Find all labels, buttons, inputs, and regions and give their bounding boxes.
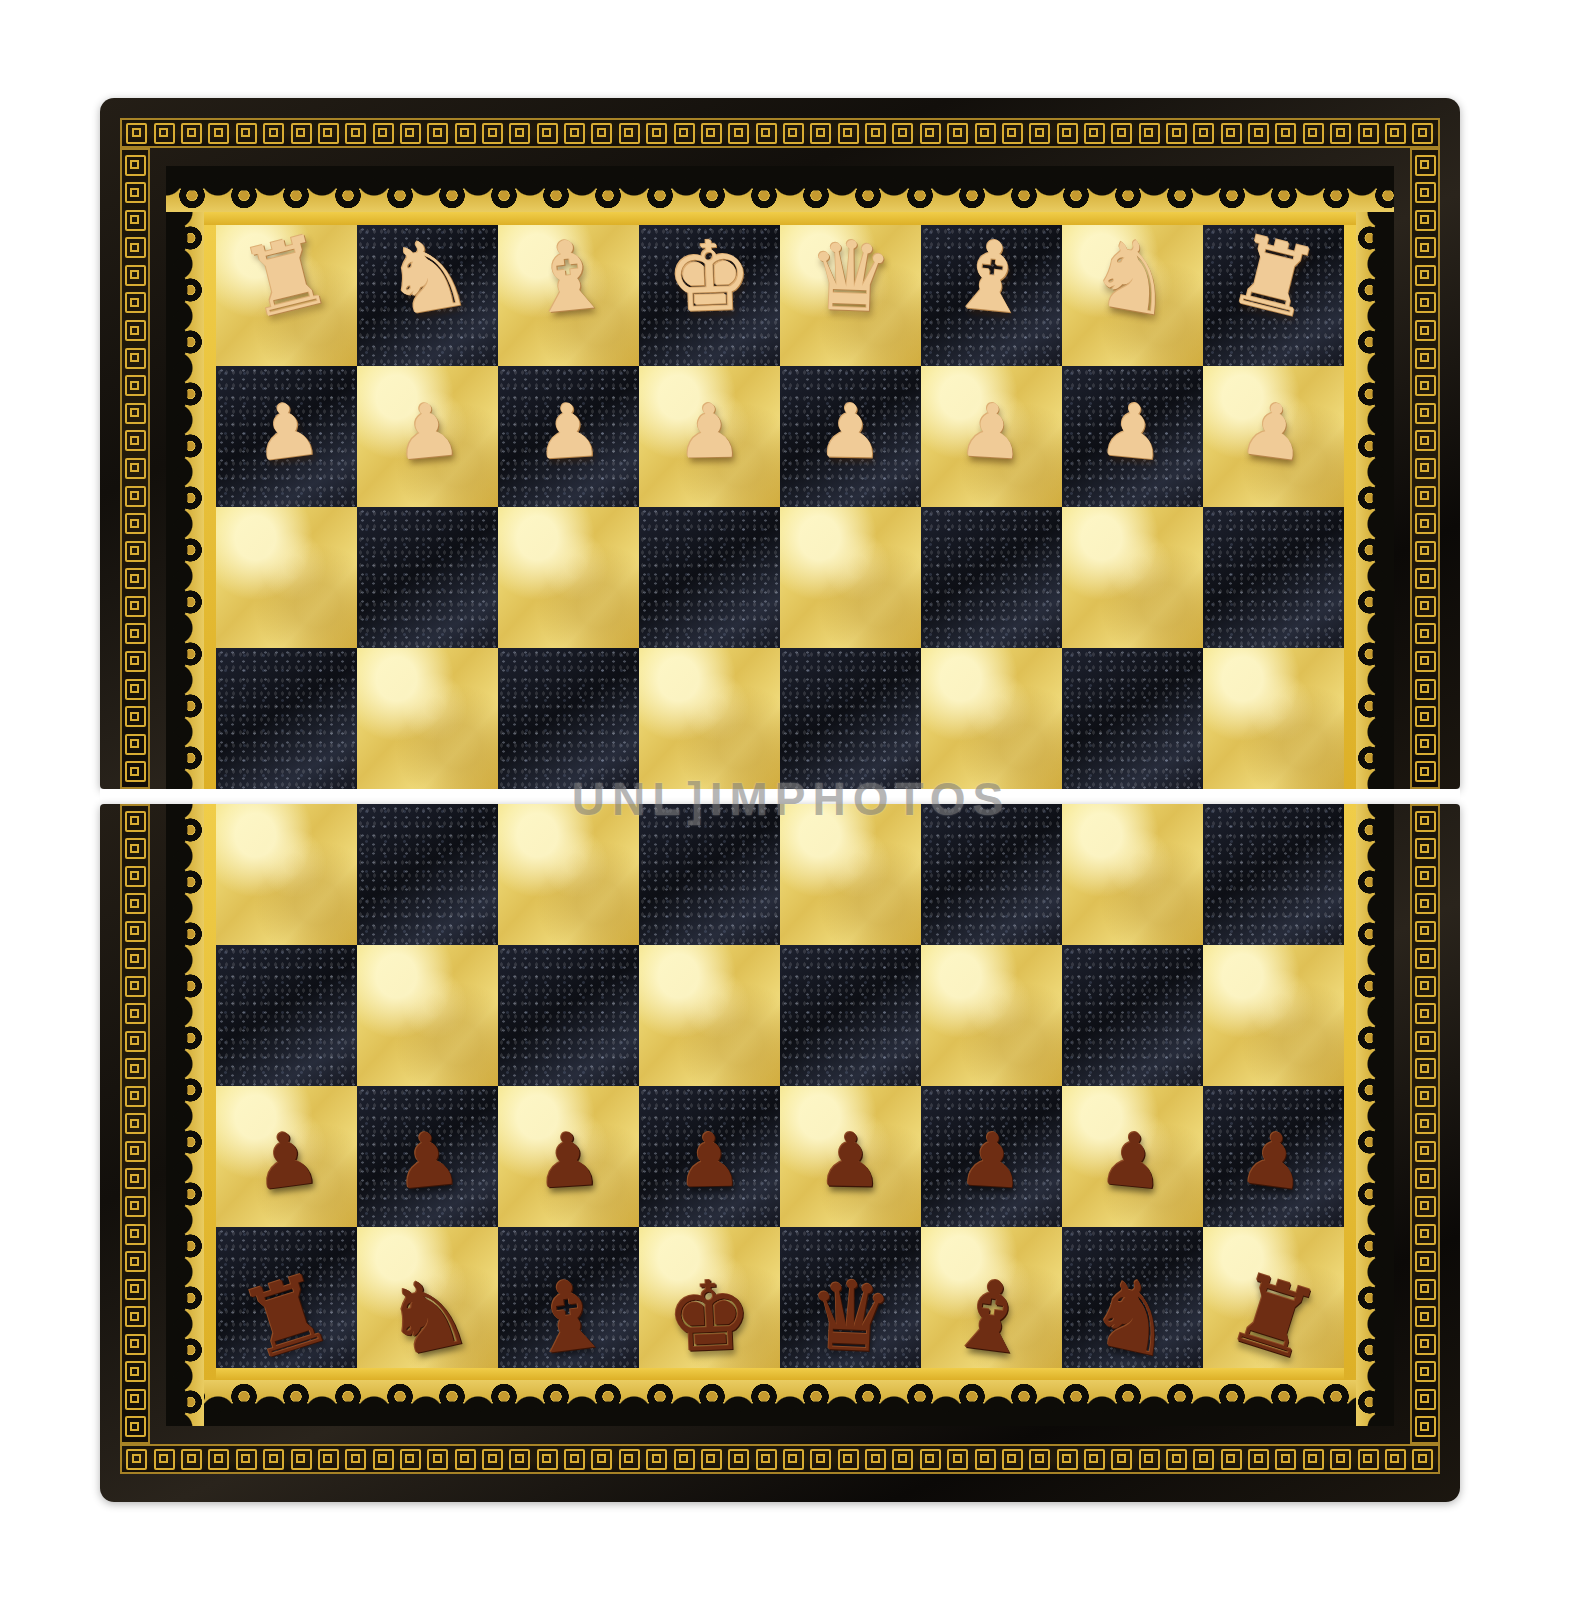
greek-key-motif [125, 1113, 146, 1134]
greek-key-motif [125, 866, 146, 887]
greek-key-motif [1415, 513, 1436, 534]
square[interactable] [780, 648, 921, 789]
square[interactable]: ♜ [216, 225, 357, 366]
yellow-frame-line [204, 225, 216, 789]
greek-key-motif [1275, 1449, 1296, 1470]
square[interactable]: ♜ [1203, 1227, 1344, 1368]
piece-bN[interactable]: ♞ [346, 1246, 509, 1389]
greek-key-motif [1166, 123, 1187, 144]
greek-key-motif [208, 123, 229, 144]
piece-wK[interactable]: ♚ [637, 218, 782, 338]
greek-key-motif [1415, 679, 1436, 700]
square[interactable]: ♝ [921, 1227, 1062, 1368]
greek-key-motif [1330, 1449, 1351, 1470]
greek-key-motif [1415, 1361, 1436, 1382]
greek-key-motif [1084, 1449, 1105, 1470]
square[interactable] [357, 507, 498, 648]
yellow-frame-line [204, 212, 1356, 225]
ornament-border-bottom [166, 1380, 1394, 1426]
square[interactable] [357, 804, 498, 945]
greek-key-motif [1415, 1031, 1436, 1052]
greek-key-motif [1415, 1334, 1436, 1355]
greek-key-motif [125, 458, 146, 479]
greek-key-motif [619, 1449, 640, 1470]
greek-key-motif [701, 123, 722, 144]
square[interactable]: ♞ [1062, 225, 1203, 366]
greek-key-motif [400, 123, 421, 144]
greek-key-motif [1221, 1449, 1242, 1470]
square[interactable] [216, 507, 357, 648]
square[interactable] [1203, 804, 1344, 945]
greek-key-motif [1415, 1141, 1436, 1162]
square[interactable] [639, 648, 780, 789]
greek-key-motif [125, 1168, 146, 1189]
greek-key-motif [125, 1306, 146, 1327]
greek-key-motif [125, 155, 146, 176]
board-bottom-half: ♟♟♟♟♟♟♟♟♜♞♝♚♛♝♞♜ [100, 804, 1460, 1502]
square[interactable] [498, 507, 639, 648]
greek-key-motif [1415, 320, 1436, 341]
square[interactable]: ♟ [498, 1086, 639, 1227]
greek-key-motif [125, 1141, 146, 1162]
chessboard-ranks-5-8: ♟♟♟♟♟♟♟♟♜♞♝♚♛♝♞♜ [216, 804, 1344, 1368]
piece-wB[interactable]: ♝ [492, 213, 644, 342]
greek-key-border-left [120, 148, 150, 789]
piece-wQ[interactable]: ♛ [778, 218, 923, 338]
greek-key-motif [783, 123, 804, 144]
square[interactable] [1062, 507, 1203, 648]
greek-key-motif [1385, 1449, 1406, 1470]
square[interactable] [921, 507, 1062, 648]
greek-key-motif [1415, 1113, 1436, 1134]
greek-key-motif [125, 1334, 146, 1355]
greek-key-motif [125, 430, 146, 451]
greek-key-border-right [1410, 804, 1440, 1444]
greek-key-motif [1415, 893, 1436, 914]
board-hinge-gap [100, 789, 1460, 804]
ornament-border-right [1356, 804, 1394, 1426]
greek-key-motif [1415, 541, 1436, 562]
greek-key-motif [236, 123, 257, 144]
piece-wP[interactable]: ♟ [779, 385, 922, 476]
square[interactable] [498, 945, 639, 1086]
greek-key-motif [126, 1449, 147, 1470]
greek-key-motif [125, 734, 146, 755]
chess-board-photo: ♜♞♝♚♛♝♞♜♟♟♟♟♟♟♟♟ ♟♟♟♟♟♟♟♟♜♞♝♚♛♝♞♜ UNL]IM… [0, 0, 1582, 1600]
greek-key-motif [537, 123, 558, 144]
greek-key-motif [1002, 123, 1023, 144]
square[interactable]: ♟ [216, 1086, 357, 1227]
square[interactable]: ♟ [216, 366, 357, 507]
greek-key-motif [646, 1449, 667, 1470]
greek-key-motif [865, 123, 886, 144]
greek-key-motif [892, 123, 913, 144]
greek-key-motif [646, 123, 667, 144]
greek-key-motif [1415, 596, 1436, 617]
square[interactable] [357, 648, 498, 789]
piece-bP[interactable]: ♟ [496, 1112, 642, 1209]
greek-key-motif [947, 1449, 968, 1470]
greek-key-motif [125, 1389, 146, 1410]
greek-key-motif [125, 679, 146, 700]
square[interactable]: ♛ [780, 225, 921, 366]
greek-key-motif [564, 1449, 585, 1470]
greek-key-motif [1139, 123, 1160, 144]
greek-key-motif [125, 893, 146, 914]
greek-key-motif [591, 123, 612, 144]
square[interactable]: ♟ [780, 1086, 921, 1227]
square[interactable] [780, 945, 921, 1086]
greek-key-motif [1358, 123, 1379, 144]
square[interactable]: ♟ [639, 366, 780, 507]
greek-key-motif [1111, 1449, 1132, 1470]
piece-wN[interactable]: ♞ [348, 209, 507, 347]
greek-key-motif [263, 123, 284, 144]
greek-key-motif [1248, 1449, 1269, 1470]
greek-key-motif [1303, 1449, 1324, 1470]
greek-key-motif [1415, 375, 1436, 396]
square[interactable] [1203, 945, 1344, 1086]
piece-bP[interactable]: ♟ [1198, 1107, 1350, 1214]
square[interactable]: ♝ [921, 225, 1062, 366]
square[interactable]: ♟ [498, 366, 639, 507]
greek-key-motif [975, 123, 996, 144]
greek-key-motif [125, 513, 146, 534]
square[interactable]: ♟ [921, 366, 1062, 507]
greek-key-motif [455, 123, 476, 144]
square[interactable] [921, 945, 1062, 1086]
greek-key-motif [1415, 265, 1436, 286]
square[interactable]: ♟ [1203, 1086, 1344, 1227]
square[interactable]: ♟ [921, 1086, 1062, 1227]
square[interactable]: ♜ [216, 1227, 357, 1368]
greek-key-motif [1415, 761, 1436, 782]
square[interactable] [1062, 945, 1203, 1086]
greek-key-motif [756, 123, 777, 144]
greek-key-motif [125, 596, 146, 617]
greek-key-motif [125, 403, 146, 424]
square[interactable]: ♟ [1062, 366, 1203, 507]
greek-key-motif [674, 123, 695, 144]
greek-key-border-bottom [120, 1444, 1440, 1474]
greek-key-motif [1111, 123, 1132, 144]
square[interactable] [216, 945, 357, 1086]
greek-key-motif [1415, 1251, 1436, 1272]
yellow-frame-line [1344, 225, 1356, 789]
piece-wB[interactable]: ♝ [915, 213, 1067, 342]
greek-key-motif [1385, 123, 1406, 144]
greek-key-motif [1029, 1449, 1050, 1470]
greek-key-motif [125, 921, 146, 942]
greek-key-motif [125, 348, 146, 369]
ornament-border-left [166, 804, 204, 1426]
greek-key-motif [701, 1449, 722, 1470]
square[interactable] [639, 507, 780, 648]
piece-bP[interactable]: ♟ [1058, 1109, 1207, 1211]
greek-key-motif [1415, 1389, 1436, 1410]
square[interactable] [639, 804, 780, 945]
greek-key-motif [1415, 1003, 1436, 1024]
greek-key-motif [125, 1003, 146, 1024]
greek-key-motif [1415, 568, 1436, 589]
greek-key-motif [1057, 123, 1078, 144]
ornament-border-left [166, 212, 204, 789]
greek-key-motif [125, 838, 146, 859]
greek-key-motif [1415, 430, 1436, 451]
square[interactable] [921, 648, 1062, 789]
greek-key-motif [1166, 1449, 1187, 1470]
greek-key-motif [181, 1449, 202, 1470]
piece-bP[interactable]: ♟ [919, 1112, 1065, 1209]
greek-key-motif [125, 486, 146, 507]
greek-key-motif [1415, 866, 1436, 887]
greek-key-motif [674, 1449, 695, 1470]
square[interactable]: ♟ [357, 366, 498, 507]
greek-key-motif [892, 1449, 913, 1470]
greek-key-motif [400, 1449, 421, 1470]
greek-key-motif [318, 123, 339, 144]
greek-key-motif [1415, 1086, 1436, 1107]
greek-key-motif [1193, 1449, 1214, 1470]
greek-key-motif [1415, 292, 1436, 313]
greek-key-motif [125, 1031, 146, 1052]
greek-key-motif [125, 320, 146, 341]
greek-key-motif [1415, 1196, 1436, 1217]
greek-key-motif [125, 237, 146, 258]
greek-key-motif [1415, 976, 1436, 997]
piece-wP[interactable]: ♟ [919, 383, 1065, 480]
greek-key-motif [427, 123, 448, 144]
piece-bN[interactable]: ♞ [1051, 1246, 1214, 1389]
greek-key-motif [1412, 123, 1433, 144]
greek-key-motif [509, 123, 530, 144]
greek-key-motif [291, 123, 312, 144]
greek-key-motif [1415, 155, 1436, 176]
greek-key-motif [1193, 123, 1214, 144]
ornament-border-top [166, 166, 1394, 212]
greek-key-motif [1415, 838, 1436, 859]
piece-bP[interactable]: ♟ [779, 1114, 922, 1205]
piece-bP[interactable]: ♟ [638, 1114, 781, 1205]
greek-key-motif [509, 1449, 530, 1470]
square[interactable]: ♞ [357, 1227, 498, 1368]
greek-key-motif [1248, 123, 1269, 144]
greek-key-motif [125, 651, 146, 672]
greek-key-motif [345, 123, 366, 144]
greek-key-border-top [120, 118, 1440, 148]
greek-key-motif [125, 292, 146, 313]
greek-key-motif [810, 1449, 831, 1470]
greek-key-motif [1330, 123, 1351, 144]
greek-key-motif [125, 568, 146, 589]
greek-key-motif [154, 123, 175, 144]
greek-key-motif [1303, 123, 1324, 144]
greek-key-motif [181, 123, 202, 144]
greek-key-motif [125, 1279, 146, 1300]
greek-key-motif [263, 1449, 284, 1470]
greek-key-motif [125, 210, 146, 231]
greek-key-motif [125, 1361, 146, 1382]
greek-key-motif [920, 1449, 941, 1470]
square[interactable]: ♝ [498, 1227, 639, 1368]
square[interactable]: ♟ [780, 366, 921, 507]
greek-key-motif [1415, 921, 1436, 942]
square[interactable] [498, 804, 639, 945]
greek-key-motif [1415, 811, 1436, 832]
greek-key-motif [1412, 1449, 1433, 1470]
greek-key-motif [125, 948, 146, 969]
greek-key-motif [1415, 1168, 1436, 1189]
square[interactable]: ♞ [357, 225, 498, 366]
greek-key-motif [427, 1449, 448, 1470]
square[interactable]: ♛ [780, 1227, 921, 1368]
greek-key-motif [1415, 458, 1436, 479]
square[interactable]: ♟ [357, 1086, 498, 1227]
greek-key-motif [125, 1196, 146, 1217]
greek-key-motif [1002, 1449, 1023, 1470]
greek-key-motif [208, 1449, 229, 1470]
square[interactable]: ♞ [1062, 1227, 1203, 1368]
greek-key-motif [838, 1449, 859, 1470]
greek-key-motif [1415, 1306, 1436, 1327]
square[interactable]: ♚ [639, 225, 780, 366]
greek-key-motif [783, 1449, 804, 1470]
greek-key-motif [1415, 210, 1436, 231]
greek-key-motif [125, 1086, 146, 1107]
square[interactable] [216, 648, 357, 789]
piece-bB[interactable]: ♝ [491, 1251, 646, 1384]
greek-key-motif [455, 1449, 476, 1470]
greek-key-motif [318, 1449, 339, 1470]
greek-key-motif [1084, 123, 1105, 144]
greek-key-motif [125, 541, 146, 562]
greek-key-motif [537, 1449, 558, 1470]
greek-key-border-left [120, 804, 150, 1444]
greek-key-motif [125, 976, 146, 997]
square[interactable] [921, 804, 1062, 945]
greek-key-motif [1221, 123, 1242, 144]
greek-key-motif [1415, 348, 1436, 369]
piece-bQ[interactable]: ♛ [778, 1257, 924, 1378]
greek-key-motif [1029, 123, 1050, 144]
greek-key-motif [975, 1449, 996, 1470]
greek-key-motif [125, 1058, 146, 1079]
piece-bK[interactable]: ♚ [637, 1257, 783, 1378]
square[interactable]: ♟ [639, 1086, 780, 1227]
greek-key-motif [125, 1224, 146, 1245]
greek-key-motif [1415, 1224, 1436, 1245]
greek-key-motif [125, 182, 146, 203]
board-top-half: ♜♞♝♚♛♝♞♜♟♟♟♟♟♟♟♟ [100, 98, 1460, 789]
chessboard-ranks-1-4: ♜♞♝♚♛♝♞♜♟♟♟♟♟♟♟♟ [216, 225, 1344, 789]
greek-key-motif [1415, 651, 1436, 672]
greek-key-motif [1415, 734, 1436, 755]
greek-key-motif [564, 123, 585, 144]
piece-wR[interactable]: ♜ [1191, 205, 1356, 351]
piece-wP[interactable]: ♟ [638, 385, 781, 476]
greek-key-motif [482, 1449, 503, 1470]
piece-wP[interactable]: ♟ [211, 378, 363, 485]
piece-wP[interactable]: ♟ [496, 383, 642, 480]
square[interactable] [780, 507, 921, 648]
greek-key-border-right [1410, 148, 1440, 789]
greek-key-motif [865, 1449, 886, 1470]
square[interactable]: ♟ [1203, 366, 1344, 507]
piece-bP[interactable]: ♟ [353, 1109, 502, 1211]
greek-key-motif [482, 123, 503, 144]
greek-key-motif [1415, 706, 1436, 727]
greek-key-motif [125, 761, 146, 782]
square[interactable] [498, 648, 639, 789]
greek-key-motif [1139, 1449, 1160, 1470]
greek-key-motif [1415, 1416, 1436, 1437]
greek-key-motif [291, 1449, 312, 1470]
greek-key-motif [125, 1416, 146, 1437]
greek-key-motif [920, 123, 941, 144]
greek-key-motif [728, 123, 749, 144]
square[interactable] [1203, 648, 1344, 789]
piece-wP[interactable]: ♟ [1058, 380, 1207, 482]
piece-bP[interactable]: ♟ [211, 1107, 363, 1214]
greek-key-motif [1415, 948, 1436, 969]
square[interactable] [1062, 648, 1203, 789]
greek-key-motif [728, 1449, 749, 1470]
square[interactable]: ♟ [1062, 1086, 1203, 1227]
greek-key-motif [125, 706, 146, 727]
greek-key-motif [591, 1449, 612, 1470]
greek-key-motif [154, 1449, 175, 1470]
greek-key-motif [947, 123, 968, 144]
square[interactable] [1062, 804, 1203, 945]
square[interactable]: ♝ [498, 225, 639, 366]
greek-key-motif [125, 811, 146, 832]
piece-wP[interactable]: ♟ [1198, 378, 1350, 485]
square[interactable] [780, 804, 921, 945]
piece-bB[interactable]: ♝ [914, 1251, 1069, 1384]
greek-key-motif [373, 123, 394, 144]
folding-chess-board: ♜♞♝♚♛♝♞♜♟♟♟♟♟♟♟♟ ♟♟♟♟♟♟♟♟♜♞♝♚♛♝♞♜ [100, 98, 1460, 1502]
greek-key-motif [1057, 1449, 1078, 1470]
greek-key-motif [619, 123, 640, 144]
greek-key-motif [125, 623, 146, 644]
greek-key-motif [1415, 237, 1436, 258]
square[interactable] [216, 804, 357, 945]
greek-key-motif [345, 1449, 366, 1470]
ornament-border-right [1356, 212, 1394, 789]
square[interactable]: ♜ [1203, 225, 1344, 366]
greek-key-motif [373, 1449, 394, 1470]
greek-key-motif [236, 1449, 257, 1470]
greek-key-motif [1275, 123, 1296, 144]
greek-key-motif [125, 1251, 146, 1272]
greek-key-motif [810, 123, 831, 144]
greek-key-motif [125, 375, 146, 396]
greek-key-motif [126, 123, 147, 144]
greek-key-motif [1415, 623, 1436, 644]
greek-key-motif [1415, 182, 1436, 203]
greek-key-motif [1415, 486, 1436, 507]
piece-wN[interactable]: ♞ [1053, 209, 1212, 347]
greek-key-motif [1415, 1279, 1436, 1300]
square[interactable]: ♚ [639, 1227, 780, 1368]
square[interactable] [639, 945, 780, 1086]
greek-key-motif [1358, 1449, 1379, 1470]
square[interactable] [1203, 507, 1344, 648]
square[interactable] [357, 945, 498, 1086]
greek-key-motif [756, 1449, 777, 1470]
piece-wP[interactable]: ♟ [353, 380, 502, 482]
piece-wR[interactable]: ♜ [204, 205, 369, 351]
